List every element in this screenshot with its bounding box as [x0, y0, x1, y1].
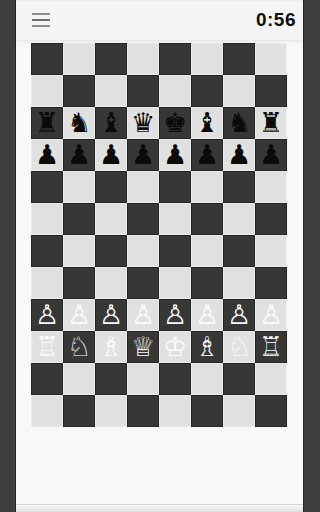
square-g5[interactable]	[223, 267, 255, 299]
white-pawn: ♙	[99, 299, 123, 331]
square-c11[interactable]	[95, 75, 127, 107]
white-pawn: ♙	[259, 299, 283, 331]
square-g3[interactable]: ♘	[223, 331, 255, 363]
black-pawn: ♟	[259, 139, 283, 171]
square-h1[interactable]	[255, 395, 287, 427]
white-pawn: ♙	[195, 299, 219, 331]
square-e7[interactable]	[159, 203, 191, 235]
square-d10[interactable]: ♛	[127, 107, 159, 139]
square-e5[interactable]	[159, 267, 191, 299]
black-queen: ♛	[131, 107, 155, 139]
square-g7[interactable]	[223, 203, 255, 235]
square-f7[interactable]	[191, 203, 223, 235]
square-e6[interactable]	[159, 235, 191, 267]
black-bishop: ♝	[195, 107, 219, 139]
black-king: ♚	[163, 107, 187, 139]
square-h5[interactable]	[255, 267, 287, 299]
square-b7[interactable]	[63, 203, 95, 235]
black-pawn: ♟	[227, 139, 251, 171]
square-f9[interactable]: ♟	[191, 139, 223, 171]
square-h11[interactable]	[255, 75, 287, 107]
square-d12[interactable]	[127, 43, 159, 75]
square-b10[interactable]: ♞	[63, 107, 95, 139]
black-rook: ♜	[259, 107, 283, 139]
square-c3[interactable]: ♗	[95, 331, 127, 363]
square-a11[interactable]	[31, 75, 63, 107]
white-king: ♔	[163, 331, 187, 363]
white-bishop: ♗	[99, 331, 123, 363]
black-pawn: ♟	[131, 139, 155, 171]
square-b6[interactable]	[63, 235, 95, 267]
square-d6[interactable]	[127, 235, 159, 267]
square-e11[interactable]	[159, 75, 191, 107]
white-knight: ♘	[227, 331, 251, 363]
square-e2[interactable]	[159, 363, 191, 395]
square-c6[interactable]	[95, 235, 127, 267]
square-d2[interactable]	[127, 363, 159, 395]
square-f4[interactable]: ♙	[191, 299, 223, 331]
square-a6[interactable]	[31, 235, 63, 267]
square-c4[interactable]: ♙	[95, 299, 127, 331]
black-pawn: ♟	[195, 139, 219, 171]
square-h10[interactable]: ♜	[255, 107, 287, 139]
black-knight: ♞	[67, 107, 91, 139]
square-f11[interactable]	[191, 75, 223, 107]
square-e4[interactable]: ♙	[159, 299, 191, 331]
square-h7[interactable]	[255, 203, 287, 235]
square-f1[interactable]	[191, 395, 223, 427]
square-a12[interactable]	[31, 43, 63, 75]
white-bishop: ♗	[195, 331, 219, 363]
square-b4[interactable]: ♙	[63, 299, 95, 331]
square-d8[interactable]	[127, 171, 159, 203]
square-b5[interactable]	[63, 267, 95, 299]
chess-board: ♜♞♝♛♚♝♞♜♟♟♟♟♟♟♟♟♙♙♙♙♙♙♙♙♖♘♗♕♔♗♘♖	[31, 43, 287, 427]
square-b11[interactable]	[63, 75, 95, 107]
square-b12[interactable]	[63, 43, 95, 75]
black-bishop: ♝	[99, 107, 123, 139]
square-a3[interactable]: ♖	[31, 331, 63, 363]
square-a9[interactable]: ♟	[31, 139, 63, 171]
white-pawn: ♙	[227, 299, 251, 331]
square-c2[interactable]	[95, 363, 127, 395]
square-g6[interactable]	[223, 235, 255, 267]
square-b3[interactable]: ♘	[63, 331, 95, 363]
white-pawn: ♙	[163, 299, 187, 331]
square-g1[interactable]	[223, 395, 255, 427]
square-h3[interactable]: ♖	[255, 331, 287, 363]
square-a10[interactable]: ♜	[31, 107, 63, 139]
square-h2[interactable]	[255, 363, 287, 395]
square-e8[interactable]	[159, 171, 191, 203]
white-pawn: ♙	[131, 299, 155, 331]
square-b8[interactable]	[63, 171, 95, 203]
square-h4[interactable]: ♙	[255, 299, 287, 331]
square-e9[interactable]: ♟	[159, 139, 191, 171]
app-screen: 0:56 ♜♞♝♛♚♝♞♜♟♟♟♟♟♟♟♟♙♙♙♙♙♙♙♙♖♘♗♕♔♗♘♖	[15, 0, 304, 512]
black-pawn: ♟	[67, 139, 91, 171]
square-c9[interactable]: ♟	[95, 139, 127, 171]
top-bar: 0:56	[16, 0, 303, 40]
square-e12[interactable]	[159, 43, 191, 75]
square-g10[interactable]: ♞	[223, 107, 255, 139]
square-a1[interactable]	[31, 395, 63, 427]
square-c5[interactable]	[95, 267, 127, 299]
square-h6[interactable]	[255, 235, 287, 267]
square-d5[interactable]	[127, 267, 159, 299]
square-f10[interactable]: ♝	[191, 107, 223, 139]
square-d4[interactable]: ♙	[127, 299, 159, 331]
square-g11[interactable]	[223, 75, 255, 107]
square-c1[interactable]	[95, 395, 127, 427]
square-d7[interactable]	[127, 203, 159, 235]
black-knight: ♞	[227, 107, 251, 139]
square-h9[interactable]: ♟	[255, 139, 287, 171]
menu-button[interactable]	[32, 13, 50, 27]
square-g9[interactable]: ♟	[223, 139, 255, 171]
square-d11[interactable]	[127, 75, 159, 107]
square-g2[interactable]	[223, 363, 255, 395]
square-d3[interactable]: ♕	[127, 331, 159, 363]
square-a2[interactable]	[31, 363, 63, 395]
white-pawn: ♙	[35, 299, 59, 331]
white-rook: ♖	[259, 331, 283, 363]
square-d9[interactable]: ♟	[127, 139, 159, 171]
square-c8[interactable]	[95, 171, 127, 203]
black-pawn: ♟	[35, 139, 59, 171]
white-pawn: ♙	[67, 299, 91, 331]
square-g4[interactable]: ♙	[223, 299, 255, 331]
square-f3[interactable]: ♗	[191, 331, 223, 363]
square-b1[interactable]	[63, 395, 95, 427]
square-g8[interactable]	[223, 171, 255, 203]
hamburger-icon	[32, 13, 50, 15]
black-pawn: ♟	[163, 139, 187, 171]
square-e10[interactable]: ♚	[159, 107, 191, 139]
black-rook: ♜	[35, 107, 59, 139]
black-pawn: ♟	[99, 139, 123, 171]
square-e3[interactable]: ♔	[159, 331, 191, 363]
square-a5[interactable]	[31, 267, 63, 299]
square-c12[interactable]	[95, 43, 127, 75]
white-queen: ♕	[131, 331, 155, 363]
square-a8[interactable]	[31, 171, 63, 203]
square-f5[interactable]	[191, 267, 223, 299]
square-b2[interactable]	[63, 363, 95, 395]
square-f8[interactable]	[191, 171, 223, 203]
square-f2[interactable]	[191, 363, 223, 395]
square-e1[interactable]	[159, 395, 191, 427]
square-a7[interactable]	[31, 203, 63, 235]
square-c10[interactable]: ♝	[95, 107, 127, 139]
square-g12[interactable]	[223, 43, 255, 75]
white-rook: ♖	[35, 331, 59, 363]
square-a4[interactable]: ♙	[31, 299, 63, 331]
square-d1[interactable]	[127, 395, 159, 427]
game-timer: 0:56	[256, 9, 296, 31]
square-h8[interactable]	[255, 171, 287, 203]
square-c7[interactable]	[95, 203, 127, 235]
square-h12[interactable]	[255, 43, 287, 75]
square-b9[interactable]: ♟	[63, 139, 95, 171]
white-knight: ♘	[67, 331, 91, 363]
square-f12[interactable]	[191, 43, 223, 75]
square-f6[interactable]	[191, 235, 223, 267]
